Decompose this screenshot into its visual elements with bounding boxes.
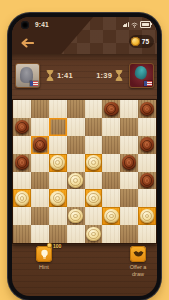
offer-draw-action: Offer a draw [121,246,155,277]
light-piece[interactable] [140,209,155,224]
player-bar: 1:41 1:39 [12,54,157,96]
offer-draw-button[interactable] [130,246,146,262]
status-icons [123,21,151,28]
player-left-avatar [15,63,40,88]
light-piece[interactable] [104,209,119,224]
lightbulb-icon [40,249,49,260]
square-r0c3[interactable] [67,100,85,118]
square-r5c4[interactable] [85,189,103,207]
square-r0c2[interactable] [49,100,67,118]
coin-icon [131,37,140,46]
square-r0c4[interactable] [85,100,103,118]
square-r2c1[interactable] [31,136,49,154]
square-r5c6[interactable] [120,189,138,207]
hourglass-icon [46,70,54,81]
square-r2c2[interactable] [49,136,67,154]
square-r2c3[interactable] [67,136,85,154]
square-r4c4[interactable] [85,172,103,190]
square-r7c5[interactable] [102,225,120,243]
square-r0c6[interactable] [120,100,138,118]
hint-button[interactable]: 100 [36,246,52,262]
square-r3c4[interactable] [85,154,103,172]
square-r1c4[interactable] [85,118,103,136]
square-r1c2[interactable] [49,118,67,136]
dark-piece[interactable] [15,120,30,135]
square-r3c7[interactable] [138,154,156,172]
app-screen: 9:41 [12,17,157,296]
back-arrow-button[interactable] [20,38,34,48]
wifi-icon [131,22,138,28]
camera-punch-hole [21,21,29,29]
square-r7c6[interactable] [120,225,138,243]
square-r1c5[interactable] [102,118,120,136]
coin-counter[interactable]: 75 [129,35,154,48]
coin-icon [47,243,52,248]
player-right: 1:39 [96,63,157,88]
square-r5c1[interactable] [31,189,49,207]
square-r2c0[interactable] [13,136,31,154]
square-r6c4[interactable] [85,207,103,225]
square-r3c3[interactable] [67,154,85,172]
light-piece[interactable] [86,155,101,170]
square-r4c7[interactable] [138,172,156,190]
dark-piece[interactable] [104,102,119,117]
square-r3c5[interactable] [102,154,120,172]
light-piece[interactable] [86,191,101,206]
offer-draw-label: Offer a draw [127,264,149,277]
square-r7c2[interactable] [49,225,67,243]
dark-piece[interactable] [122,155,137,170]
square-r3c0[interactable] [13,154,31,172]
square-r4c2[interactable] [49,172,67,190]
signal-icon [123,22,129,27]
nav-bar: 75 [12,31,157,54]
bottom-bar: 100 Hint Offer a draw [12,242,157,296]
phone-frame: 9:41 [8,13,161,300]
square-r3c6[interactable] [120,154,138,172]
light-piece[interactable] [15,191,30,206]
light-piece[interactable] [68,209,83,224]
square-r1c6[interactable] [120,118,138,136]
square-r2c4[interactable] [85,136,103,154]
board [12,99,157,244]
light-piece[interactable] [50,155,65,170]
square-r5c7[interactable] [138,189,156,207]
dark-piece[interactable] [140,137,155,152]
square-r0c7[interactable] [138,100,156,118]
square-r7c3[interactable] [67,225,85,243]
hint-label: Hint [27,264,61,271]
dark-piece[interactable] [15,155,30,170]
handshake-icon [133,250,144,258]
header: 9:41 [12,17,157,54]
square-r6c7[interactable] [138,207,156,225]
player-left-clock: 1:41 [57,71,73,80]
square-r3c2[interactable] [49,154,67,172]
square-r0c1[interactable] [31,100,49,118]
square-r0c0[interactable] [13,100,31,118]
square-r4c0[interactable] [13,172,31,190]
dark-piece[interactable] [33,137,48,152]
square-r2c7[interactable] [138,136,156,154]
square-r3c1[interactable] [31,154,49,172]
square-r7c4[interactable] [85,225,103,243]
square-r5c5[interactable] [102,189,120,207]
square-r6c5[interactable] [102,207,120,225]
status-bar: 9:41 [12,17,157,31]
square-r1c0[interactable] [13,118,31,136]
square-r5c2[interactable] [49,189,67,207]
square-r6c1[interactable] [31,207,49,225]
light-piece[interactable] [86,227,101,242]
square-r6c2[interactable] [49,207,67,225]
square-r7c1[interactable] [31,225,49,243]
square-r1c7[interactable] [138,118,156,136]
player-right-clock: 1:39 [96,71,112,80]
dark-piece[interactable] [140,102,155,117]
hint-action: 100 Hint [27,246,61,271]
battery-icon [140,21,151,28]
light-piece[interactable] [50,191,65,206]
square-r7c7[interactable] [138,225,156,243]
hint-cost-badge: 100 [47,243,61,249]
square-r6c3[interactable] [67,207,85,225]
square-r4c3[interactable] [67,172,85,190]
square-r2c5[interactable] [102,136,120,154]
hint-cost: 100 [53,243,61,249]
square-r4c6[interactable] [120,172,138,190]
player-right-avatar [129,63,154,88]
light-piece[interactable] [68,173,83,188]
dark-piece[interactable] [140,173,155,188]
square-r5c3[interactable] [67,189,85,207]
square-r4c1[interactable] [31,172,49,190]
hourglass-icon [115,70,123,81]
player-left: 1:41 [12,63,73,88]
coin-count: 75 [142,38,149,45]
square-r7c0[interactable] [13,225,31,243]
square-r1c1[interactable] [31,118,49,136]
square-r5c0[interactable] [13,189,31,207]
square-r0c5[interactable] [102,100,120,118]
square-r1c3[interactable] [67,118,85,136]
square-r6c0[interactable] [13,207,31,225]
square-r6c6[interactable] [120,207,138,225]
square-r4c5[interactable] [102,172,120,190]
square-r2c6[interactable] [120,136,138,154]
status-time: 9:41 [35,21,49,28]
